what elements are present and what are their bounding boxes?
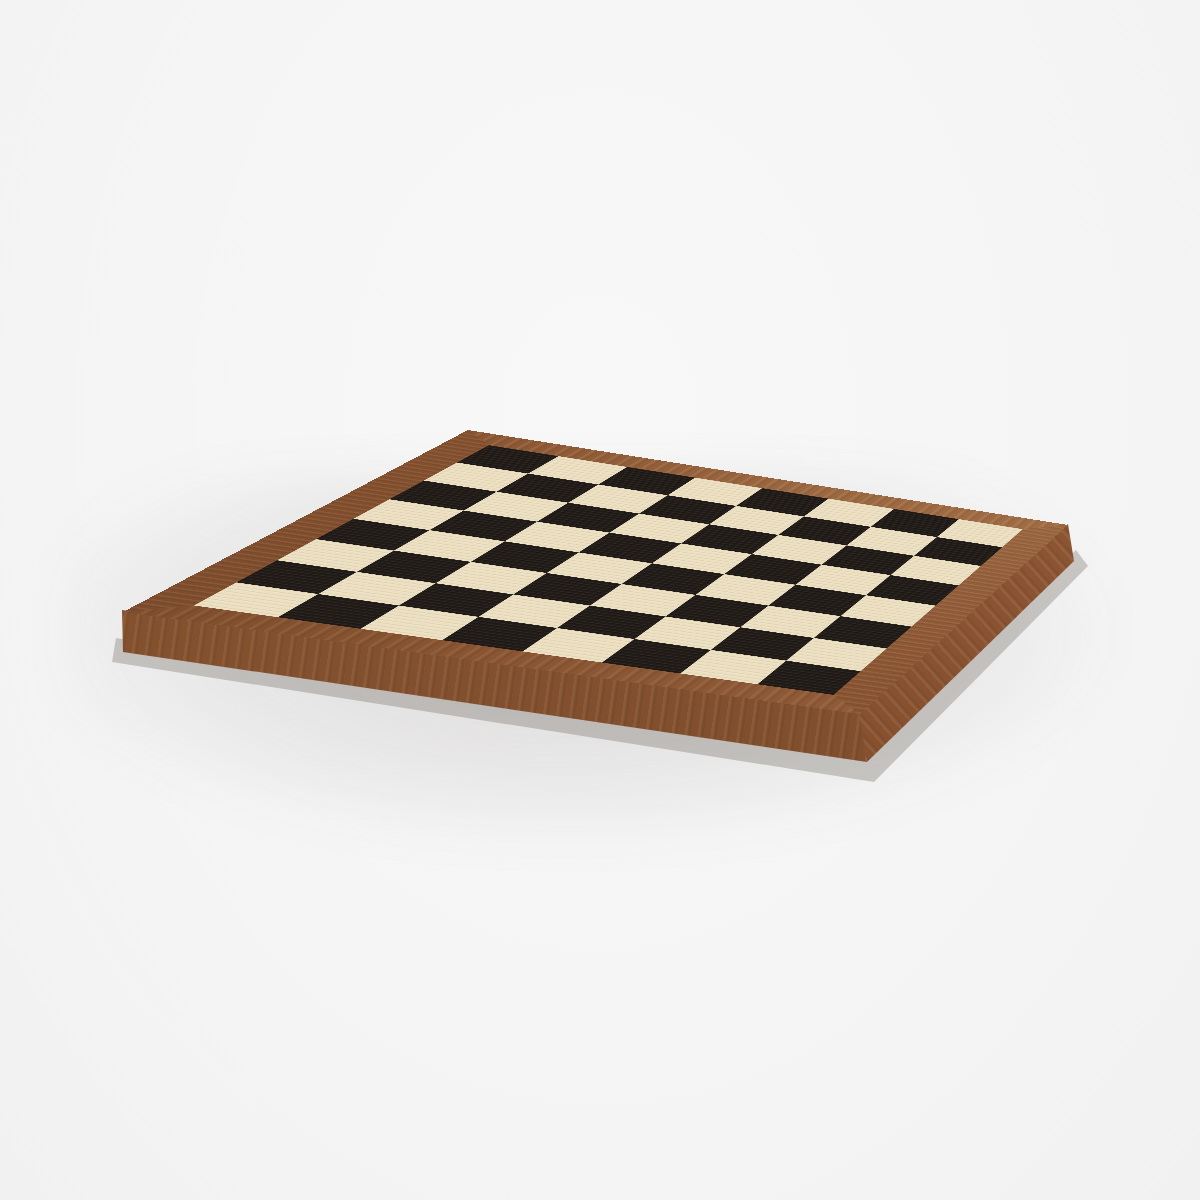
scene-background	[0, 0, 1200, 1200]
